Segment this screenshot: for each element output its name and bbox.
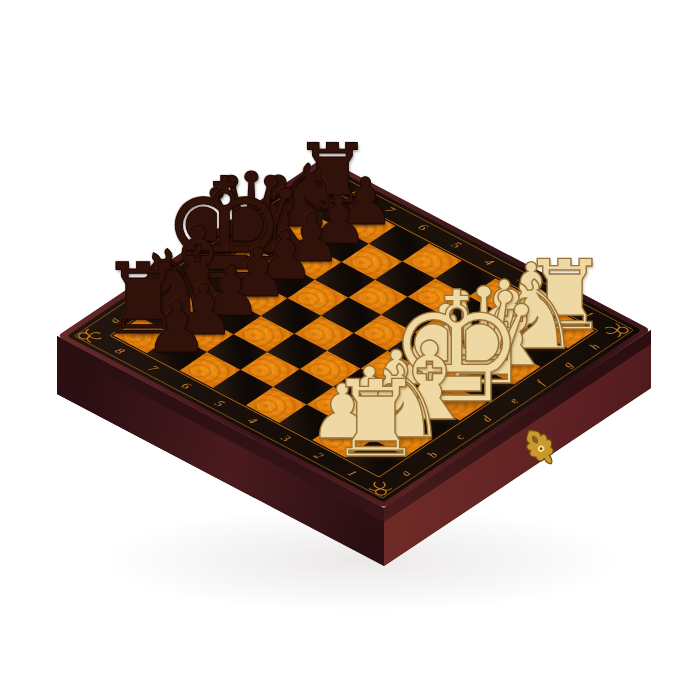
pieces-layer: ♜♟♞♟♝♟♛♟♚♟♝♟♟♞♜♟♟♜♞♟♝♟♛♟♚♟♝♟♞♟♜ <box>0 0 700 700</box>
light-rook-a1[interactable]: ♜ <box>328 366 423 472</box>
product-photo-stage: aa88bb77cc66dd55ee44ff33gg22hh11 ♜♟♞♟♝♟♛… <box>0 0 700 700</box>
dark-pawn-a7[interactable]: ♟ <box>145 292 209 363</box>
